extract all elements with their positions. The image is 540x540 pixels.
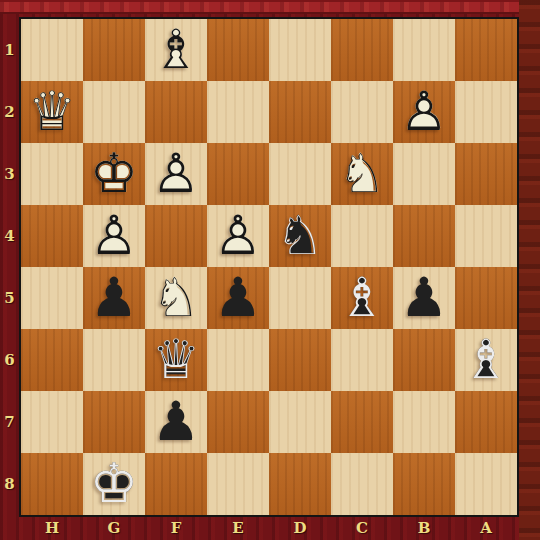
rank-label-4: 4 — [4, 227, 14, 245]
square-d6[interactable] — [269, 329, 331, 391]
white-knight-detail-icon: ♘ — [331, 143, 393, 205]
file-label-a: A — [480, 519, 492, 537]
square-h2[interactable]: ♛♕ — [21, 81, 83, 143]
square-b2[interactable]: ♟♙ — [393, 81, 455, 143]
white-pawn[interactable]: ♟♙ — [83, 205, 145, 267]
white-pawn[interactable]: ♟♙ — [393, 81, 455, 143]
square-c5[interactable]: ♝♗ — [331, 267, 393, 329]
square-e8[interactable] — [207, 453, 269, 515]
square-d5[interactable] — [269, 267, 331, 329]
rank-labels: 12345678 — [0, 19, 19, 515]
square-b8[interactable] — [393, 453, 455, 515]
square-e4[interactable]: ♟♙ — [207, 205, 269, 267]
white-knight[interactable]: ♞♘ — [331, 143, 393, 205]
white-king[interactable]: ♚♔ — [83, 143, 145, 205]
white-knight[interactable]: ♞♘ — [145, 267, 207, 329]
frame-top-strip — [0, 0, 540, 14]
black-bishop-detail-icon: ♗ — [331, 267, 393, 329]
square-c2[interactable] — [331, 81, 393, 143]
chess-diagram: 12345678 HGFEDCBA ♝♗♛♕♟♙♚♔♟♙♞♘♟♙♟♙♞♘♟♞♘♟… — [0, 0, 540, 540]
file-label-d: D — [293, 519, 306, 537]
black-pawn-glyph: ♟ — [214, 267, 262, 329]
white-pawn-detail-icon: ♙ — [145, 143, 207, 205]
square-c6[interactable] — [331, 329, 393, 391]
square-f8[interactable] — [145, 453, 207, 515]
black-pawn-glyph: ♟ — [90, 267, 138, 329]
square-a4[interactable] — [455, 205, 517, 267]
square-d4[interactable]: ♞♘ — [269, 205, 331, 267]
white-queen-detail-icon: ♕ — [21, 81, 83, 143]
square-e2[interactable] — [207, 81, 269, 143]
square-b1[interactable] — [393, 19, 455, 81]
white-pawn-detail-icon: ♙ — [207, 205, 269, 267]
square-b3[interactable] — [393, 143, 455, 205]
black-king[interactable]: ♚♔ — [83, 453, 145, 515]
square-c4[interactable] — [331, 205, 393, 267]
rank-label-6: 6 — [4, 351, 14, 369]
square-g1[interactable] — [83, 19, 145, 81]
square-c8[interactable] — [331, 453, 393, 515]
square-e1[interactable] — [207, 19, 269, 81]
rank-label-2: 2 — [4, 103, 14, 121]
square-a7[interactable] — [455, 391, 517, 453]
black-pawn[interactable]: ♟ — [393, 267, 455, 329]
square-g7[interactable] — [83, 391, 145, 453]
black-knight-detail-icon: ♘ — [269, 205, 331, 267]
square-b5[interactable]: ♟ — [393, 267, 455, 329]
square-b7[interactable] — [393, 391, 455, 453]
black-pawn[interactable]: ♟ — [145, 391, 207, 453]
white-pawn[interactable]: ♟♙ — [207, 205, 269, 267]
square-d2[interactable] — [269, 81, 331, 143]
square-b4[interactable] — [393, 205, 455, 267]
black-queen[interactable]: ♛♕ — [145, 329, 207, 391]
square-g4[interactable]: ♟♙ — [83, 205, 145, 267]
square-h3[interactable] — [21, 143, 83, 205]
black-pawn-glyph: ♟ — [152, 391, 200, 453]
square-f6[interactable]: ♛♕ — [145, 329, 207, 391]
chess-board: ♝♗♛♕♟♙♚♔♟♙♞♘♟♙♟♙♞♘♟♞♘♟♝♗♟♛♕♝♗♟♚♔ — [19, 17, 519, 517]
square-a8[interactable] — [455, 453, 517, 515]
square-g8[interactable]: ♚♔ — [83, 453, 145, 515]
black-pawn[interactable]: ♟ — [207, 267, 269, 329]
rank-label-3: 3 — [4, 165, 14, 183]
white-bishop-detail-icon: ♗ — [145, 19, 207, 81]
square-f2[interactable] — [145, 81, 207, 143]
square-d3[interactable] — [269, 143, 331, 205]
square-e3[interactable] — [207, 143, 269, 205]
square-g6[interactable] — [83, 329, 145, 391]
black-pawn-glyph: ♟ — [400, 267, 448, 329]
rank-label-8: 8 — [4, 475, 14, 493]
white-knight-detail-icon: ♘ — [145, 267, 207, 329]
file-label-c: C — [356, 519, 368, 537]
white-bishop[interactable]: ♝♗ — [145, 19, 207, 81]
square-a2[interactable] — [455, 81, 517, 143]
file-label-g: G — [108, 519, 121, 537]
black-knight[interactable]: ♞♘ — [269, 205, 331, 267]
square-f4[interactable] — [145, 205, 207, 267]
frame-right-strip — [519, 0, 540, 540]
white-pawn-detail-icon: ♙ — [83, 205, 145, 267]
square-f3[interactable]: ♟♙ — [145, 143, 207, 205]
file-label-f: F — [171, 519, 182, 537]
white-queen[interactable]: ♛♕ — [21, 81, 83, 143]
square-d7[interactable] — [269, 391, 331, 453]
rank-label-1: 1 — [4, 41, 14, 59]
white-king-detail-icon: ♔ — [83, 143, 145, 205]
square-a3[interactable] — [455, 143, 517, 205]
square-d8[interactable] — [269, 453, 331, 515]
file-label-b: B — [418, 519, 431, 537]
square-f5[interactable]: ♞♘ — [145, 267, 207, 329]
white-pawn-detail-icon: ♙ — [393, 81, 455, 143]
square-b6[interactable] — [393, 329, 455, 391]
file-label-e: E — [232, 519, 243, 537]
square-e7[interactable] — [207, 391, 269, 453]
file-label-h: H — [45, 519, 59, 537]
square-c3[interactable]: ♞♘ — [331, 143, 393, 205]
black-bishop[interactable]: ♝♗ — [331, 267, 393, 329]
black-king-detail-icon: ♔ — [83, 453, 145, 515]
square-f1[interactable]: ♝♗ — [145, 19, 207, 81]
black-queen-detail-icon: ♕ — [145, 329, 207, 391]
square-e5[interactable]: ♟ — [207, 267, 269, 329]
white-pawn[interactable]: ♟♙ — [145, 143, 207, 205]
square-a6[interactable]: ♝♗ — [455, 329, 517, 391]
square-f7[interactable]: ♟ — [145, 391, 207, 453]
square-c7[interactable] — [331, 391, 393, 453]
square-h7[interactable] — [21, 391, 83, 453]
square-d1[interactable] — [269, 19, 331, 81]
black-bishop[interactable]: ♝♗ — [455, 329, 517, 391]
square-e6[interactable] — [207, 329, 269, 391]
rank-label-5: 5 — [4, 289, 14, 307]
square-a1[interactable] — [455, 19, 517, 81]
square-h8[interactable] — [21, 453, 83, 515]
square-h1[interactable] — [21, 19, 83, 81]
square-a5[interactable] — [455, 267, 517, 329]
square-g2[interactable] — [83, 81, 145, 143]
rank-label-7: 7 — [4, 413, 14, 431]
square-g3[interactable]: ♚♔ — [83, 143, 145, 205]
square-h6[interactable] — [21, 329, 83, 391]
square-g5[interactable]: ♟ — [83, 267, 145, 329]
black-pawn[interactable]: ♟ — [83, 267, 145, 329]
black-bishop-detail-icon: ♗ — [455, 329, 517, 391]
square-h5[interactable] — [21, 267, 83, 329]
file-labels: HGFEDCBA — [21, 516, 517, 540]
square-h4[interactable] — [21, 205, 83, 267]
square-c1[interactable] — [331, 19, 393, 81]
